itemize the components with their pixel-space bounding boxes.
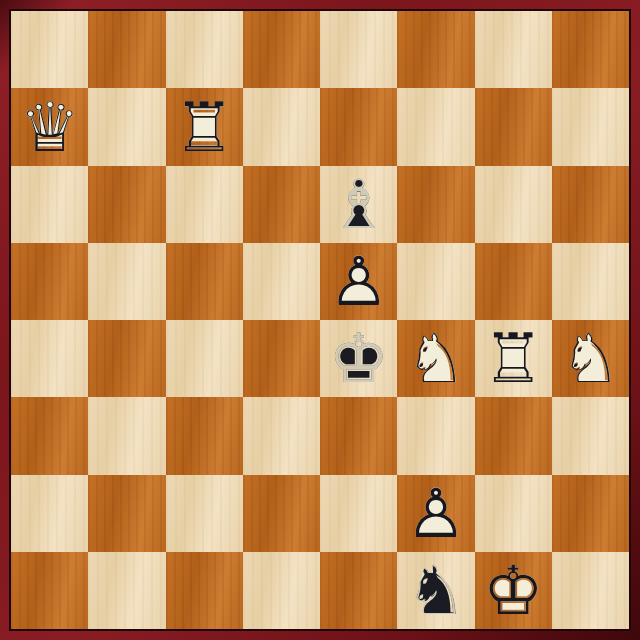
square-a5[interactable] [11,243,88,320]
square-h5[interactable] [552,243,629,320]
square-g6[interactable] [475,166,552,243]
square-d7[interactable] [243,88,320,165]
square-f3[interactable] [397,397,474,474]
black-knight-glyph-outline: ♘ [405,557,466,625]
square-c8[interactable] [166,11,243,88]
square-b5[interactable] [88,243,165,320]
white-knight-glyph-outline: ♘ [560,325,621,393]
square-g7[interactable] [475,88,552,165]
white-king-glyph-outline: ♔ [483,557,544,625]
piece-white-knight[interactable]: ♞♘ [397,320,474,397]
board-frame: ♛♕♜♖♝♗♟♙♚♔♞♘♜♖♞♘♟♙♞♘♚♔ [0,0,640,640]
square-d5[interactable] [243,243,320,320]
square-g8[interactable] [475,11,552,88]
white-rook-glyph-outline: ♖ [483,325,544,393]
square-h1[interactable] [552,552,629,629]
square-e5[interactable]: ♟♙ [320,243,397,320]
square-d4[interactable] [243,320,320,397]
square-f5[interactable] [397,243,474,320]
chess-board: ♛♕♜♖♝♗♟♙♚♔♞♘♜♖♞♘♟♙♞♘♚♔ [9,9,631,631]
square-f6[interactable] [397,166,474,243]
white-pawn-glyph-outline: ♙ [328,248,389,316]
square-c7[interactable]: ♜♖ [166,88,243,165]
square-h8[interactable] [552,11,629,88]
square-a4[interactable] [11,320,88,397]
square-h3[interactable] [552,397,629,474]
white-rook-glyph-outline: ♖ [174,94,235,162]
piece-white-knight[interactable]: ♞♘ [552,320,629,397]
square-h7[interactable] [552,88,629,165]
square-b8[interactable] [88,11,165,88]
piece-white-king[interactable]: ♚♔ [475,552,552,629]
square-d1[interactable] [243,552,320,629]
piece-black-king[interactable]: ♚♔ [320,320,397,397]
white-pawn-glyph-outline: ♙ [405,480,466,548]
square-c4[interactable] [166,320,243,397]
piece-black-bishop[interactable]: ♝♗ [320,166,397,243]
square-e4[interactable]: ♚♔ [320,320,397,397]
square-d2[interactable] [243,475,320,552]
square-e2[interactable] [320,475,397,552]
square-d8[interactable] [243,11,320,88]
square-a8[interactable] [11,11,88,88]
black-bishop-glyph-outline: ♗ [328,171,389,239]
square-h2[interactable] [552,475,629,552]
square-a1[interactable] [11,552,88,629]
square-f4[interactable]: ♞♘ [397,320,474,397]
square-b6[interactable] [88,166,165,243]
square-f8[interactable] [397,11,474,88]
square-c1[interactable] [166,552,243,629]
black-king-glyph-outline: ♔ [328,325,389,393]
square-f7[interactable] [397,88,474,165]
square-c2[interactable] [166,475,243,552]
square-d6[interactable] [243,166,320,243]
piece-white-rook[interactable]: ♜♖ [475,320,552,397]
square-c3[interactable] [166,397,243,474]
white-knight-glyph-outline: ♘ [405,325,466,393]
square-c5[interactable] [166,243,243,320]
square-d3[interactable] [243,397,320,474]
square-h6[interactable] [552,166,629,243]
square-g3[interactable] [475,397,552,474]
square-e3[interactable] [320,397,397,474]
square-f1[interactable]: ♞♘ [397,552,474,629]
piece-black-knight[interactable]: ♞♘ [397,552,474,629]
square-e8[interactable] [320,11,397,88]
square-a6[interactable] [11,166,88,243]
white-queen-glyph-outline: ♕ [19,94,80,162]
square-g1[interactable]: ♚♔ [475,552,552,629]
square-a2[interactable] [11,475,88,552]
square-h4[interactable]: ♞♘ [552,320,629,397]
square-a3[interactable] [11,397,88,474]
piece-white-pawn[interactable]: ♟♙ [320,243,397,320]
square-f2[interactable]: ♟♙ [397,475,474,552]
square-b3[interactable] [88,397,165,474]
piece-white-pawn[interactable]: ♟♙ [397,475,474,552]
square-b2[interactable] [88,475,165,552]
square-b1[interactable] [88,552,165,629]
square-c6[interactable] [166,166,243,243]
square-g2[interactable] [475,475,552,552]
square-g4[interactable]: ♜♖ [475,320,552,397]
square-b7[interactable] [88,88,165,165]
square-a7[interactable]: ♛♕ [11,88,88,165]
square-g5[interactable] [475,243,552,320]
square-e6[interactable]: ♝♗ [320,166,397,243]
square-b4[interactable] [88,320,165,397]
square-e7[interactable] [320,88,397,165]
piece-white-rook[interactable]: ♜♖ [166,88,243,165]
piece-white-queen[interactable]: ♛♕ [11,88,88,165]
square-e1[interactable] [320,552,397,629]
